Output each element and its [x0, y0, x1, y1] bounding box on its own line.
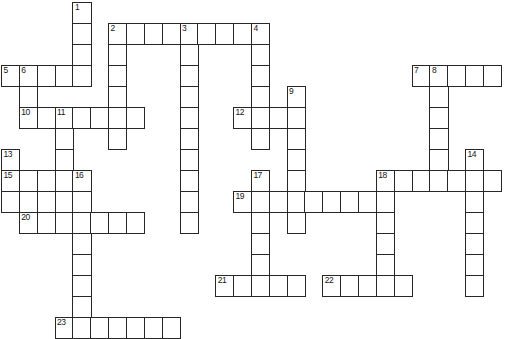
- crossword-cell[interactable]: [429, 149, 448, 171]
- crossword-cell[interactable]: 13: [1, 149, 20, 171]
- crossword-cell[interactable]: 23: [55, 317, 74, 339]
- crossword-cell[interactable]: [465, 233, 484, 255]
- clue-number: 8: [432, 66, 436, 75]
- crossword-cell[interactable]: [162, 23, 181, 45]
- crossword-cell[interactable]: [465, 170, 484, 192]
- crossword-cell[interactable]: [180, 86, 199, 108]
- crossword-cell[interactable]: [72, 23, 91, 45]
- crossword-cell[interactable]: [72, 254, 91, 276]
- crossword-cell[interactable]: [72, 44, 91, 66]
- crossword-cell[interactable]: 10: [19, 107, 38, 129]
- crossword-cell[interactable]: [287, 275, 306, 297]
- crossword-cell[interactable]: [55, 212, 74, 234]
- clue-number: 23: [57, 318, 65, 327]
- crossword-cell[interactable]: [108, 317, 127, 339]
- crossword-cell[interactable]: 14: [465, 149, 484, 171]
- crossword-cell[interactable]: 5: [1, 65, 20, 87]
- crossword-cell[interactable]: [287, 191, 306, 213]
- crossword-cell[interactable]: 11: [55, 107, 74, 129]
- crossword-cell[interactable]: [429, 107, 448, 129]
- crossword-cell[interactable]: [180, 170, 199, 192]
- crossword-cell[interactable]: [304, 191, 323, 213]
- crossword-cell[interactable]: [447, 170, 466, 192]
- crossword-cell[interactable]: [233, 23, 252, 45]
- crossword-cell[interactable]: [37, 170, 56, 192]
- clue-number: 5: [4, 66, 8, 75]
- clue-number: 18: [378, 171, 386, 180]
- crossword-cell[interactable]: [19, 170, 38, 192]
- crossword-cell[interactable]: [55, 149, 74, 171]
- crossword-cell[interactable]: [322, 191, 341, 213]
- crossword-cell[interactable]: [180, 149, 199, 171]
- crossword-cell[interactable]: [72, 233, 91, 255]
- crossword-cell[interactable]: [358, 191, 377, 213]
- crossword-cell[interactable]: [90, 212, 109, 234]
- clue-number: 14: [468, 150, 476, 159]
- crossword-cell[interactable]: 9: [287, 86, 306, 108]
- crossword-cell[interactable]: [233, 275, 252, 297]
- clue-number: 12: [236, 108, 244, 117]
- crossword-cell[interactable]: [429, 170, 448, 192]
- crossword-cell[interactable]: [55, 65, 74, 87]
- crossword-cell[interactable]: [72, 107, 91, 129]
- crossword-cell[interactable]: [55, 170, 74, 192]
- clue-number: 17: [253, 171, 261, 180]
- crossword-cell[interactable]: [358, 275, 377, 297]
- crossword-cell[interactable]: [287, 212, 306, 234]
- crossword-cell[interactable]: [251, 86, 270, 108]
- crossword-cell[interactable]: [251, 275, 270, 297]
- crossword-cell[interactable]: [197, 23, 216, 45]
- crossword-cell[interactable]: 17: [251, 170, 270, 192]
- crossword-cell[interactable]: [180, 191, 199, 213]
- crossword-cell[interactable]: 1: [72, 2, 91, 24]
- crossword-cell[interactable]: 16: [72, 170, 91, 192]
- crossword-cell[interactable]: 2: [108, 23, 127, 45]
- crossword-cell[interactable]: [251, 44, 270, 66]
- crossword-cell[interactable]: [55, 128, 74, 150]
- crossword-cell[interactable]: [251, 233, 270, 255]
- crossword-cell[interactable]: [269, 107, 288, 129]
- crossword-cell[interactable]: [162, 317, 181, 339]
- clue-number: 22: [325, 276, 333, 285]
- crossword-cell[interactable]: [376, 275, 395, 297]
- crossword-cell[interactable]: [90, 107, 109, 129]
- crossword-cell[interactable]: [72, 65, 91, 87]
- crossword-cell[interactable]: [126, 212, 145, 234]
- crossword-cell[interactable]: 6: [19, 65, 38, 87]
- clue-number: 3: [182, 24, 186, 33]
- clue-number: 21: [218, 276, 226, 285]
- crossword-cell[interactable]: [180, 44, 199, 66]
- crossword-cell[interactable]: [37, 191, 56, 213]
- crossword-cell[interactable]: [72, 191, 91, 213]
- clue-number: 15: [4, 171, 12, 180]
- crossword-cell[interactable]: [126, 107, 145, 129]
- crossword-cell[interactable]: [37, 212, 56, 234]
- clue-number: 6: [21, 66, 25, 75]
- crossword-cell[interactable]: [269, 275, 288, 297]
- clue-number: 2: [111, 24, 115, 33]
- clue-number: 10: [21, 108, 29, 117]
- crossword-cell[interactable]: [108, 212, 127, 234]
- crossword-cell[interactable]: [72, 212, 91, 234]
- crossword-cell[interactable]: 20: [19, 212, 38, 234]
- crossword-cell[interactable]: [412, 170, 431, 192]
- crossword-cell[interactable]: [483, 65, 502, 87]
- crossword-cell[interactable]: [72, 317, 91, 339]
- clue-number: 4: [253, 24, 257, 33]
- crossword-cell[interactable]: 3: [180, 23, 199, 45]
- crossword-cell[interactable]: [376, 191, 395, 213]
- crossword-cell[interactable]: [37, 107, 56, 129]
- crossword-cell[interactable]: [429, 128, 448, 150]
- crossword-cell[interactable]: [465, 212, 484, 234]
- crossword-cell[interactable]: [340, 275, 359, 297]
- clue-number: 7: [414, 66, 418, 75]
- crossword-cell[interactable]: 22: [322, 275, 341, 297]
- crossword-cell[interactable]: [287, 149, 306, 171]
- crossword-cell[interactable]: [126, 23, 145, 45]
- crossword-cell[interactable]: [251, 254, 270, 276]
- crossword-cell[interactable]: [465, 191, 484, 213]
- clue-number: 9: [289, 87, 293, 96]
- crossword-cell[interactable]: [19, 191, 38, 213]
- crossword-cell[interactable]: [108, 128, 127, 150]
- crossword-cell[interactable]: [465, 275, 484, 297]
- crossword-cell[interactable]: [215, 23, 234, 45]
- crossword-cell[interactable]: [465, 254, 484, 276]
- crossword-cell[interactable]: [287, 128, 306, 150]
- crossword-cell[interactable]: [251, 191, 270, 213]
- crossword-cell[interactable]: [287, 170, 306, 192]
- crossword-cell[interactable]: 15: [1, 170, 20, 192]
- crossword-cell[interactable]: 19: [233, 191, 252, 213]
- clue-number: 1: [75, 3, 79, 12]
- clue-number: 20: [21, 213, 29, 222]
- crossword-cell[interactable]: [72, 296, 91, 318]
- crossword-cell[interactable]: [180, 212, 199, 234]
- crossword-cell[interactable]: [180, 128, 199, 150]
- crossword-cell[interactable]: [251, 65, 270, 87]
- crossword-cell[interactable]: [251, 107, 270, 129]
- crossword-cell[interactable]: [180, 107, 199, 129]
- crossword-cell[interactable]: 21: [215, 275, 234, 297]
- clue-number: 19: [236, 192, 244, 201]
- crossword-cell[interactable]: [108, 44, 127, 66]
- crossword-cell[interactable]: [340, 191, 359, 213]
- crossword-cell[interactable]: [251, 128, 270, 150]
- crossword-cell[interactable]: 12: [233, 107, 252, 129]
- clue-number: 16: [75, 171, 83, 180]
- crossword-cell[interactable]: [19, 86, 38, 108]
- crossword-cell[interactable]: [108, 65, 127, 87]
- crossword-cell[interactable]: [251, 212, 270, 234]
- crossword-cell[interactable]: 7: [412, 65, 431, 87]
- crossword-cell[interactable]: [429, 86, 448, 108]
- crossword-cell[interactable]: [269, 191, 288, 213]
- crossword-page: 1234567891011121314151617181920212223: [0, 0, 505, 339]
- crossword-cell[interactable]: [465, 65, 484, 87]
- crossword-board: 1234567891011121314151617181920212223: [0, 0, 505, 339]
- crossword-cell[interactable]: [1, 191, 20, 213]
- crossword-cell[interactable]: 8: [429, 65, 448, 87]
- crossword-cell[interactable]: [376, 254, 395, 276]
- crossword-cell[interactable]: [126, 317, 145, 339]
- crossword-cell[interactable]: [287, 107, 306, 129]
- crossword-cell[interactable]: [447, 65, 466, 87]
- crossword-cell[interactable]: [394, 275, 413, 297]
- crossword-cell[interactable]: [144, 317, 163, 339]
- crossword-cell[interactable]: [108, 107, 127, 129]
- crossword-cell[interactable]: [394, 170, 413, 192]
- crossword-cell[interactable]: [144, 23, 163, 45]
- crossword-cell[interactable]: [55, 191, 74, 213]
- crossword-cell[interactable]: [376, 212, 395, 234]
- crossword-cell[interactable]: 4: [251, 23, 270, 45]
- crossword-cell[interactable]: [72, 275, 91, 297]
- clue-number: 13: [4, 150, 12, 159]
- crossword-cell[interactable]: [180, 65, 199, 87]
- crossword-cell[interactable]: [90, 317, 109, 339]
- crossword-cell[interactable]: [108, 86, 127, 108]
- crossword-cell[interactable]: [376, 233, 395, 255]
- clue-number: 11: [57, 108, 65, 117]
- crossword-cell[interactable]: 18: [376, 170, 395, 192]
- crossword-cell[interactable]: [483, 170, 502, 192]
- crossword-cell[interactable]: [37, 65, 56, 87]
